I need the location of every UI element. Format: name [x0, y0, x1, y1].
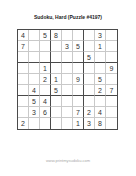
cell-r2c3	[40, 41, 51, 52]
cell-r4c7	[84, 63, 95, 74]
cell-r7c4	[51, 96, 62, 107]
sudoku-sheet: Sudoku, Hard (Puzzle #4197) 458373515192…	[0, 0, 136, 176]
cell-r5c3: 2	[40, 74, 51, 85]
cell-r2c1: 7	[18, 41, 29, 52]
cell-r8c9	[106, 107, 117, 118]
cell-r7c6	[73, 96, 84, 107]
cell-r1c1: 4	[18, 30, 29, 41]
cell-r6c7	[84, 85, 95, 96]
cell-r3c3	[40, 52, 51, 63]
cell-r3c7: 5	[84, 52, 95, 63]
cell-r4c3: 1	[40, 63, 51, 74]
cell-r9c1: 2	[18, 118, 29, 129]
cell-r7c3: 4	[40, 96, 51, 107]
cell-r6c3	[40, 85, 51, 96]
cell-r4c1	[18, 63, 29, 74]
cell-r2c2	[29, 41, 40, 52]
cell-r6c6	[73, 85, 84, 96]
cell-r1c2	[29, 30, 40, 41]
cell-r7c2: 5	[29, 96, 40, 107]
cell-r9c3	[40, 118, 51, 129]
cell-r9c4	[51, 118, 62, 129]
cell-r7c1	[18, 96, 29, 107]
cell-r6c2: 4	[29, 85, 40, 96]
cell-r1c4: 8	[51, 30, 62, 41]
cell-r4c6	[73, 63, 84, 74]
cell-r8c8: 4	[95, 107, 106, 118]
cell-r6c4: 5	[51, 85, 62, 96]
cell-r4c9: 9	[106, 63, 117, 74]
cell-r1c9	[106, 30, 117, 41]
cell-r9c6: 1	[73, 118, 84, 129]
cell-r5c9	[106, 74, 117, 85]
cell-r5c2	[29, 74, 40, 85]
cell-r3c5	[62, 52, 73, 63]
cell-r2c6: 5	[73, 41, 84, 52]
cell-r5c5	[62, 74, 73, 85]
cell-r9c5	[62, 118, 73, 129]
cell-r8c2: 3	[29, 107, 40, 118]
cell-r2c9	[106, 41, 117, 52]
cell-r4c2	[29, 63, 40, 74]
cell-r9c7: 3	[84, 118, 95, 129]
cell-r2c4	[51, 41, 62, 52]
cell-r3c6	[73, 52, 84, 63]
cell-r6c1	[18, 85, 29, 96]
cell-r8c6: 7	[73, 107, 84, 118]
cell-r3c4	[51, 52, 62, 63]
cell-r1c3: 5	[40, 30, 51, 41]
cell-r7c5	[62, 96, 73, 107]
cell-r8c5	[62, 107, 73, 118]
footer-url: www.printmysudoku.com	[0, 158, 136, 163]
cell-r9c8: 8	[95, 118, 106, 129]
cell-r7c9	[106, 96, 117, 107]
cell-r5c1	[18, 74, 29, 85]
cell-r1c5	[62, 30, 73, 41]
cell-r9c2	[29, 118, 40, 129]
cell-r8c4	[51, 107, 62, 118]
cell-r1c6	[73, 30, 84, 41]
sudoku-grid: 458373515192195452754367242138	[17, 29, 118, 130]
cell-r3c2	[29, 52, 40, 63]
cell-r5c7	[84, 74, 95, 85]
cell-r6c8: 2	[95, 85, 106, 96]
cell-r7c8	[95, 96, 106, 107]
cell-r8c1	[18, 107, 29, 118]
cell-r2c5: 3	[62, 41, 73, 52]
cell-r5c8: 5	[95, 74, 106, 85]
cell-r4c8	[95, 63, 106, 74]
cell-r4c4	[51, 63, 62, 74]
cell-r1c7	[84, 30, 95, 41]
cell-r8c3: 6	[40, 107, 51, 118]
cell-r6c5	[62, 85, 73, 96]
cell-r5c6: 9	[73, 74, 84, 85]
cell-r7c7	[84, 96, 95, 107]
cell-r3c8	[95, 52, 106, 63]
cell-r3c9	[106, 52, 117, 63]
cell-r5c4: 1	[51, 74, 62, 85]
cell-r2c7	[84, 41, 95, 52]
cell-r1c8: 3	[95, 30, 106, 41]
cell-r8c7: 2	[84, 107, 95, 118]
page-title: Sudoku, Hard (Puzzle #4197)	[0, 14, 136, 20]
cell-r6c9: 7	[106, 85, 117, 96]
cell-r3c1	[18, 52, 29, 63]
cell-r9c9	[106, 118, 117, 129]
cell-r4c5	[62, 63, 73, 74]
cell-r2c8: 1	[95, 41, 106, 52]
